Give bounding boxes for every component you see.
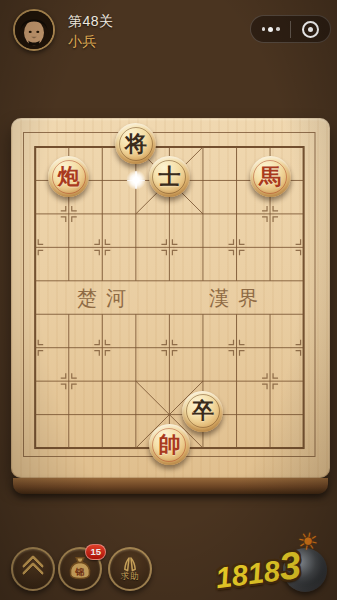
piece-character: 帥 <box>158 433 180 455</box>
hint-count-badge: 15 <box>85 544 106 560</box>
close-button[interactable] <box>291 16 330 42</box>
piece-character: 将 <box>125 132 147 154</box>
piece-black-soldier[interactable]: 卒 <box>182 391 223 432</box>
sphere-decoration <box>283 548 327 592</box>
target-circle-icon <box>302 21 319 38</box>
miniprogram-capsule <box>250 15 331 43</box>
watermark-text: 18183 <box>213 543 304 597</box>
site-watermark: ☀ 18183 <box>213 532 333 594</box>
ask-help-button[interactable]: 求助 <box>108 547 152 591</box>
level-title: 第48关 <box>68 13 114 31</box>
game-screen: 第48关 小兵 楚河 漢界 将炮士馬卒帥 锦 15 求助 <box>0 0 337 600</box>
sun-icon: ☀ <box>295 526 322 558</box>
hint-bag-button[interactable]: 锦 15 <box>58 547 102 591</box>
piece-red-general[interactable]: 帥 <box>149 424 190 465</box>
help-label: 求助 <box>121 571 140 583</box>
piece-character: 馬 <box>259 165 281 187</box>
menu-button[interactable] <box>11 547 55 591</box>
river-label-left: 楚河 <box>77 285 135 312</box>
river-label-right: 漢界 <box>209 285 267 312</box>
piece-red-horse[interactable]: 馬 <box>250 156 291 197</box>
rank-label: 小兵 <box>68 33 97 51</box>
player-avatar[interactable] <box>13 9 55 51</box>
piece-character: 炮 <box>58 165 80 187</box>
more-button[interactable] <box>251 16 290 42</box>
avatar-portrait <box>15 11 53 49</box>
more-dots-icon <box>262 27 280 32</box>
piece-character: 卒 <box>192 399 214 421</box>
piece-character: 士 <box>158 165 180 187</box>
